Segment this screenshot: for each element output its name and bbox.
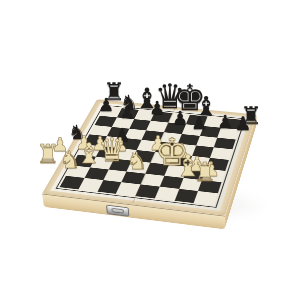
pieces-layer: ♜♞♝♛♟♚♟♝♟♟♜♟♟♟♞♟♟♟♟♟♟♟♛♜♝♚♞♞♟♟♝♜ xyxy=(0,0,300,300)
white-knight: ♞ xyxy=(126,149,148,173)
black-pawn: ♟ xyxy=(119,104,134,121)
white-knight: ♞ xyxy=(59,148,81,172)
black-pawn: ♟ xyxy=(172,109,188,127)
white-rook: ♜ xyxy=(193,159,216,185)
black-pawn: ♟ xyxy=(191,114,207,132)
black-pawn: ♟ xyxy=(98,96,114,114)
black-pawn: ♟ xyxy=(217,113,233,131)
product-photo-canvas: ♜♞♝♛♟♚♟♝♟♟♜♟♟♟♞♟♟♟♟♟♟♟♛♜♝♚♞♞♟♟♝♜ xyxy=(0,0,300,300)
black-pawn: ♟ xyxy=(234,114,251,133)
white-queen: ♛ xyxy=(98,134,127,166)
white-rook: ♜ xyxy=(36,141,59,167)
black-pawn: ♟ xyxy=(149,99,165,117)
